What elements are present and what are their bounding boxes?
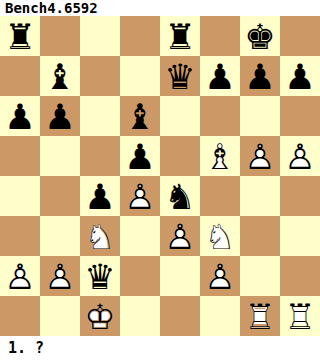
window-title: Bench4.6592 — [0, 0, 320, 16]
square-h2[interactable] — [280, 256, 320, 296]
piece-black-pawn[interactable]: ♟ — [40, 96, 80, 136]
square-a4[interactable] — [0, 176, 40, 216]
square-b1[interactable] — [40, 296, 80, 336]
piece-outline: ♘ — [200, 216, 240, 256]
square-e1[interactable] — [160, 296, 200, 336]
square-b4[interactable] — [40, 176, 80, 216]
piece-black-bishop[interactable]: ♝ — [120, 96, 160, 136]
square-c7[interactable] — [80, 56, 120, 96]
square-d3[interactable] — [120, 216, 160, 256]
piece-black-queen[interactable]: ♛ — [80, 256, 120, 296]
square-h6[interactable] — [280, 96, 320, 136]
piece-outline: ♖ — [280, 296, 320, 336]
piece-white-pawn[interactable]: ♟♙ — [120, 176, 160, 216]
piece-white-bishop[interactable]: ♝♗ — [200, 136, 240, 176]
piece-black-king[interactable]: ♚ — [240, 16, 280, 56]
chess-board: ♜♜♚♝♛♟♟♟♟♟♝♟♝♗♟♙♟♙♟♟♙♞♞♘♟♙♞♘♟♙♟♙♛♟♙♚♔♜♖♜… — [0, 16, 320, 336]
piece-outline: ♘ — [80, 216, 120, 256]
square-g6[interactable] — [240, 96, 280, 136]
piece-white-rook[interactable]: ♜♖ — [240, 296, 280, 336]
piece-black-pawn[interactable]: ♟ — [200, 56, 240, 96]
square-c5[interactable] — [80, 136, 120, 176]
piece-black-pawn[interactable]: ♟ — [120, 136, 160, 176]
piece-white-pawn[interactable]: ♟♙ — [280, 136, 320, 176]
square-d6[interactable]: ♝ — [120, 96, 160, 136]
square-f6[interactable] — [200, 96, 240, 136]
square-d2[interactable] — [120, 256, 160, 296]
square-a5[interactable] — [0, 136, 40, 176]
square-b6[interactable]: ♟ — [40, 96, 80, 136]
piece-black-pawn[interactable]: ♟ — [240, 56, 280, 96]
square-g4[interactable] — [240, 176, 280, 216]
piece-outline: ♔ — [80, 296, 120, 336]
square-f4[interactable] — [200, 176, 240, 216]
piece-black-knight[interactable]: ♞ — [160, 176, 200, 216]
square-b8[interactable] — [40, 16, 80, 56]
piece-outline: ♙ — [200, 256, 240, 296]
square-e2[interactable] — [160, 256, 200, 296]
square-h3[interactable] — [280, 216, 320, 256]
square-g3[interactable] — [240, 216, 280, 256]
piece-outline: ♖ — [240, 296, 280, 336]
square-g8[interactable]: ♚ — [240, 16, 280, 56]
square-f3[interactable]: ♞♘ — [200, 216, 240, 256]
piece-black-bishop[interactable]: ♝ — [40, 56, 80, 96]
square-a1[interactable] — [0, 296, 40, 336]
square-h8[interactable] — [280, 16, 320, 56]
square-g2[interactable] — [240, 256, 280, 296]
piece-white-rook[interactable]: ♜♖ — [280, 296, 320, 336]
piece-outline: ♗ — [200, 136, 240, 176]
square-h5[interactable]: ♟♙ — [280, 136, 320, 176]
square-h4[interactable] — [280, 176, 320, 216]
piece-white-pawn[interactable]: ♟♙ — [40, 256, 80, 296]
piece-white-knight[interactable]: ♞♘ — [200, 216, 240, 256]
square-d1[interactable] — [120, 296, 160, 336]
square-c3[interactable]: ♞♘ — [80, 216, 120, 256]
square-c4[interactable]: ♟ — [80, 176, 120, 216]
square-f8[interactable] — [200, 16, 240, 56]
piece-black-pawn[interactable]: ♟ — [0, 96, 40, 136]
square-a2[interactable]: ♟♙ — [0, 256, 40, 296]
square-c8[interactable] — [80, 16, 120, 56]
square-h1[interactable]: ♜♖ — [280, 296, 320, 336]
square-b7[interactable]: ♝ — [40, 56, 80, 96]
move-prompt: 1. ? — [0, 336, 320, 360]
square-a7[interactable] — [0, 56, 40, 96]
piece-white-pawn[interactable]: ♟♙ — [200, 256, 240, 296]
square-d7[interactable] — [120, 56, 160, 96]
piece-black-pawn[interactable]: ♟ — [280, 56, 320, 96]
square-d4[interactable]: ♟♙ — [120, 176, 160, 216]
square-g1[interactable]: ♜♖ — [240, 296, 280, 336]
square-g7[interactable]: ♟ — [240, 56, 280, 96]
piece-outline: ♙ — [0, 256, 40, 296]
square-f5[interactable]: ♝♗ — [200, 136, 240, 176]
square-a6[interactable]: ♟ — [0, 96, 40, 136]
square-c2[interactable]: ♛ — [80, 256, 120, 296]
piece-black-pawn[interactable]: ♟ — [80, 176, 120, 216]
piece-outline: ♙ — [240, 136, 280, 176]
piece-white-king[interactable]: ♚♔ — [80, 296, 120, 336]
square-e5[interactable] — [160, 136, 200, 176]
piece-white-pawn[interactable]: ♟♙ — [240, 136, 280, 176]
square-e3[interactable]: ♟♙ — [160, 216, 200, 256]
square-g5[interactable]: ♟♙ — [240, 136, 280, 176]
square-d5[interactable]: ♟ — [120, 136, 160, 176]
piece-white-pawn[interactable]: ♟♙ — [160, 216, 200, 256]
square-d8[interactable] — [120, 16, 160, 56]
square-b2[interactable]: ♟♙ — [40, 256, 80, 296]
square-f1[interactable] — [200, 296, 240, 336]
square-e6[interactable] — [160, 96, 200, 136]
piece-white-pawn[interactable]: ♟♙ — [0, 256, 40, 296]
square-a8[interactable]: ♜ — [0, 16, 40, 56]
piece-black-queen[interactable]: ♛ — [160, 56, 200, 96]
square-a3[interactable] — [0, 216, 40, 256]
square-f7[interactable]: ♟ — [200, 56, 240, 96]
piece-black-rook[interactable]: ♜ — [0, 16, 40, 56]
square-e8[interactable]: ♜ — [160, 16, 200, 56]
square-b3[interactable] — [40, 216, 80, 256]
piece-outline: ♙ — [40, 256, 80, 296]
square-c1[interactable]: ♚♔ — [80, 296, 120, 336]
piece-outline: ♙ — [160, 216, 200, 256]
piece-white-knight[interactable]: ♞♘ — [80, 216, 120, 256]
piece-black-rook[interactable]: ♜ — [160, 16, 200, 56]
square-f2[interactable]: ♟♙ — [200, 256, 240, 296]
piece-outline: ♙ — [280, 136, 320, 176]
square-h7[interactable]: ♟ — [280, 56, 320, 96]
square-e7[interactable]: ♛ — [160, 56, 200, 96]
square-e4[interactable]: ♞ — [160, 176, 200, 216]
square-b5[interactable] — [40, 136, 80, 176]
piece-outline: ♙ — [120, 176, 160, 216]
square-c6[interactable] — [80, 96, 120, 136]
